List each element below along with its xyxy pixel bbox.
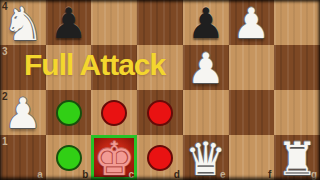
white-pawn[interactable]: ♟	[229, 1, 275, 46]
square-e2[interactable]	[183, 90, 229, 135]
white-rook[interactable]: ♜	[274, 136, 320, 180]
capture-threat-dot-d2[interactable]	[147, 100, 173, 126]
square-d4[interactable]	[137, 0, 183, 45]
chess-thumbnail: ♞4♟♟♟3♟♟21ab♚cd♛ef♜g Full Attack	[0, 0, 320, 180]
square-c2[interactable]	[91, 90, 137, 135]
white-pawn[interactable]: ♟	[0, 91, 46, 136]
white-queen[interactable]: ♛	[183, 136, 229, 180]
square-a2[interactable]: ♟2	[0, 90, 46, 135]
square-g4[interactable]	[274, 0, 320, 45]
legal-move-dot-b1[interactable]	[56, 145, 82, 171]
file-label-b: b	[82, 169, 88, 180]
white-king-in-check[interactable]: ♚	[91, 136, 137, 180]
file-label-d: d	[174, 169, 180, 180]
rank-label-3: 3	[2, 46, 8, 57]
square-g1[interactable]: ♜g	[274, 135, 320, 180]
square-f1[interactable]: f	[229, 135, 275, 180]
square-a1[interactable]: 1a	[0, 135, 46, 180]
square-d1[interactable]: d	[137, 135, 183, 180]
black-pawn[interactable]: ♟	[183, 1, 229, 46]
rank-label-1: 1	[2, 136, 8, 147]
square-d2[interactable]	[137, 90, 183, 135]
chess-board: ♞4♟♟♟3♟♟21ab♚cd♛ef♜g	[0, 0, 320, 180]
legal-move-dot-b2[interactable]	[56, 100, 82, 126]
file-label-a: a	[37, 169, 43, 180]
white-pawn[interactable]: ♟	[183, 46, 229, 91]
square-e3[interactable]: ♟	[183, 45, 229, 90]
square-b1[interactable]: b	[46, 135, 92, 180]
square-g3[interactable]	[274, 45, 320, 90]
square-e1[interactable]: ♛e	[183, 135, 229, 180]
thumbnail-title: Full Attack	[24, 45, 165, 85]
capture-threat-dot-d1[interactable]	[147, 145, 173, 171]
file-label-f: f	[268, 169, 271, 180]
square-e4[interactable]: ♟	[183, 0, 229, 45]
square-f3[interactable]	[229, 45, 275, 90]
square-f4[interactable]: ♟	[229, 0, 275, 45]
white-knight[interactable]: ♞	[0, 1, 46, 46]
square-a4[interactable]: ♞4	[0, 0, 46, 45]
square-b4[interactable]: ♟	[46, 0, 92, 45]
square-f2[interactable]	[229, 90, 275, 135]
square-b2[interactable]	[46, 90, 92, 135]
capture-threat-dot-c2[interactable]	[101, 100, 127, 126]
black-pawn[interactable]: ♟	[46, 1, 92, 46]
square-g2[interactable]	[274, 90, 320, 135]
square-c1[interactable]: ♚c	[91, 135, 137, 180]
square-c4[interactable]	[91, 0, 137, 45]
